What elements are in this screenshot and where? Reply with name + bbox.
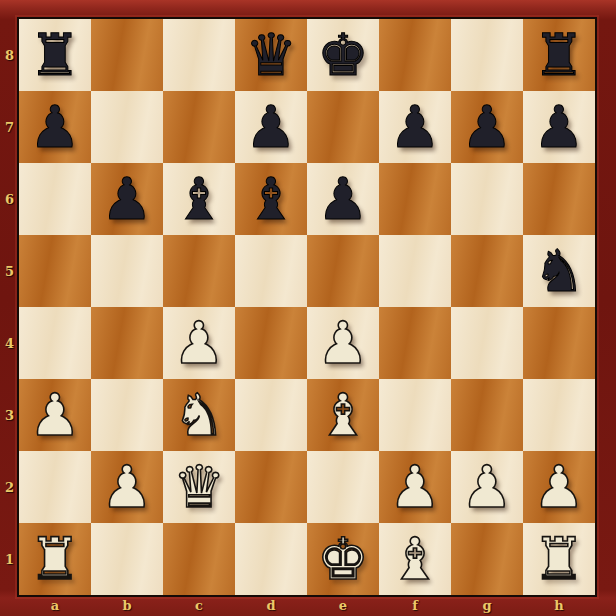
file-label-e: e [307,595,379,616]
square-b3[interactable] [91,379,163,451]
square-e1[interactable]: ♚ [307,523,379,595]
rank-label-7: 7 [0,91,19,163]
square-h5[interactable]: ♞ [523,235,595,307]
square-h1[interactable]: ♜ [523,523,595,595]
square-a7[interactable]: ♟ [19,91,91,163]
piece-black-pawn[interactable]: ♟ [533,91,585,163]
square-g6[interactable] [451,163,523,235]
square-a3[interactable]: ♟ [19,379,91,451]
piece-white-rook[interactable]: ♜ [533,523,585,595]
file-label-a: a [19,595,91,616]
square-h2[interactable]: ♟ [523,451,595,523]
file-label-h: h [523,595,595,616]
square-d3[interactable] [235,379,307,451]
square-g7[interactable]: ♟ [451,91,523,163]
square-e6[interactable]: ♟ [307,163,379,235]
square-h3[interactable] [523,379,595,451]
square-f7[interactable]: ♟ [379,91,451,163]
file-label-c: c [163,595,235,616]
piece-black-pawn[interactable]: ♟ [461,91,513,163]
square-g4[interactable] [451,307,523,379]
square-h6[interactable] [523,163,595,235]
piece-white-pawn[interactable]: ♟ [317,307,369,379]
piece-black-queen[interactable]: ♛ [245,19,297,91]
piece-black-king[interactable]: ♚ [317,19,369,91]
piece-white-pawn[interactable]: ♟ [461,451,513,523]
square-d2[interactable] [235,451,307,523]
square-f8[interactable] [379,19,451,91]
square-g2[interactable]: ♟ [451,451,523,523]
piece-white-rook[interactable]: ♜ [29,523,81,595]
square-c7[interactable] [163,91,235,163]
square-b8[interactable] [91,19,163,91]
square-b5[interactable] [91,235,163,307]
rank-label-3: 3 [0,379,19,451]
square-b4[interactable] [91,307,163,379]
piece-white-pawn[interactable]: ♟ [29,379,81,451]
square-b6[interactable]: ♟ [91,163,163,235]
file-label-g: g [451,595,523,616]
square-c2[interactable]: ♛ [163,451,235,523]
square-g1[interactable] [451,523,523,595]
square-d6[interactable]: ♝ [235,163,307,235]
piece-white-pawn[interactable]: ♟ [389,451,441,523]
square-d7[interactable]: ♟ [235,91,307,163]
square-c8[interactable] [163,19,235,91]
rank-label-8: 8 [0,19,19,91]
square-a2[interactable] [19,451,91,523]
file-labels: abcdefgh [19,595,595,616]
piece-white-knight[interactable]: ♞ [173,379,225,451]
square-c3[interactable]: ♞ [163,379,235,451]
square-d8[interactable]: ♛ [235,19,307,91]
piece-black-bishop[interactable]: ♝ [245,163,297,235]
square-h4[interactable] [523,307,595,379]
piece-white-pawn[interactable]: ♟ [533,451,585,523]
file-label-d: d [235,595,307,616]
square-f3[interactable] [379,379,451,451]
square-a6[interactable] [19,163,91,235]
square-c6[interactable]: ♝ [163,163,235,235]
square-c4[interactable]: ♟ [163,307,235,379]
square-g5[interactable] [451,235,523,307]
piece-black-rook[interactable]: ♜ [29,19,81,91]
rank-label-6: 6 [0,163,19,235]
rank-label-4: 4 [0,307,19,379]
square-f1[interactable]: ♝ [379,523,451,595]
square-b1[interactable] [91,523,163,595]
piece-white-bishop[interactable]: ♝ [317,379,369,451]
square-b7[interactable] [91,91,163,163]
square-h8[interactable]: ♜ [523,19,595,91]
square-e4[interactable]: ♟ [307,307,379,379]
piece-white-bishop[interactable]: ♝ [389,523,441,595]
rank-label-1: 1 [0,523,19,595]
square-e5[interactable] [307,235,379,307]
square-f4[interactable] [379,307,451,379]
piece-black-pawn[interactable]: ♟ [389,91,441,163]
square-a8[interactable]: ♜ [19,19,91,91]
file-label-b: b [91,595,163,616]
piece-white-queen[interactable]: ♛ [173,451,225,523]
piece-black-pawn[interactable]: ♟ [317,163,369,235]
square-g8[interactable] [451,19,523,91]
piece-white-pawn[interactable]: ♟ [173,307,225,379]
piece-white-pawn[interactable]: ♟ [101,451,153,523]
piece-black-bishop[interactable]: ♝ [173,163,225,235]
piece-white-king[interactable]: ♚ [317,523,369,595]
square-f2[interactable]: ♟ [379,451,451,523]
square-c5[interactable] [163,235,235,307]
square-e3[interactable]: ♝ [307,379,379,451]
square-f5[interactable] [379,235,451,307]
square-a5[interactable] [19,235,91,307]
file-label-f: f [379,595,451,616]
piece-black-pawn[interactable]: ♟ [245,91,297,163]
square-g3[interactable] [451,379,523,451]
piece-black-pawn[interactable]: ♟ [29,91,81,163]
square-e2[interactable] [307,451,379,523]
square-d5[interactable] [235,235,307,307]
square-e7[interactable] [307,91,379,163]
rank-labels: 87654321 [0,19,19,595]
piece-black-pawn[interactable]: ♟ [101,163,153,235]
rank-label-5: 5 [0,235,19,307]
square-d1[interactable] [235,523,307,595]
piece-black-rook[interactable]: ♜ [533,19,585,91]
board: ♜♛♚♜♟♟♟♟♟♟♝♝♟♞♟♟♟♞♝♟♛♟♟♟♜♚♝♜ [19,19,595,595]
square-a4[interactable] [19,307,91,379]
square-b2[interactable]: ♟ [91,451,163,523]
square-c1[interactable] [163,523,235,595]
square-e8[interactable]: ♚ [307,19,379,91]
square-a1[interactable]: ♜ [19,523,91,595]
square-h7[interactable]: ♟ [523,91,595,163]
square-f6[interactable] [379,163,451,235]
rank-label-2: 2 [0,451,19,523]
piece-black-knight[interactable]: ♞ [533,235,585,307]
chess-board-frame: 87654321 ♜♛♚♜♟♟♟♟♟♟♝♝♟♞♟♟♟♞♝♟♛♟♟♟♜♚♝♜ ab… [0,0,616,616]
square-d4[interactable] [235,307,307,379]
